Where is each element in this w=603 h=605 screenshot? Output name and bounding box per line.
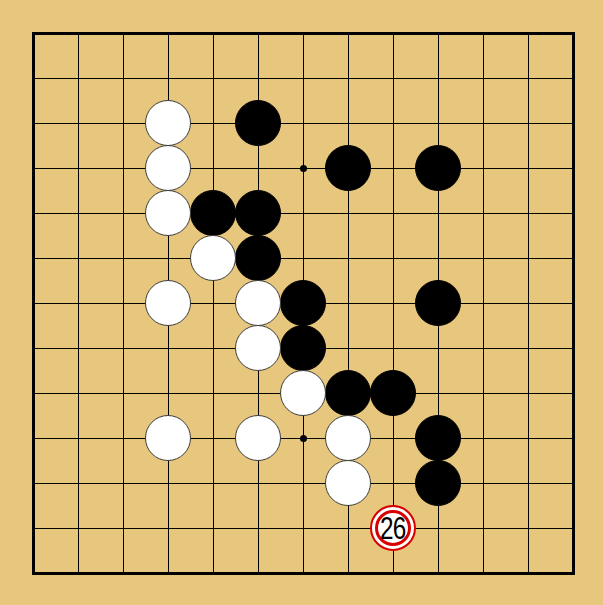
move-26-stone: 26 <box>370 505 416 551</box>
star-point <box>300 435 307 442</box>
white-stone <box>145 190 191 236</box>
white-stone <box>145 280 191 326</box>
black-stone <box>235 100 281 146</box>
black-stone <box>235 235 281 281</box>
black-stone <box>415 460 461 506</box>
white-stone <box>235 325 281 371</box>
grid-line-vertical <box>393 32 394 575</box>
board-border-line <box>32 572 575 575</box>
black-stone <box>190 190 236 236</box>
white-stone <box>235 415 281 461</box>
white-stone <box>325 460 371 506</box>
board-border-line <box>572 32 575 575</box>
white-stone <box>145 145 191 191</box>
white-stone <box>145 415 191 461</box>
black-stone <box>415 145 461 191</box>
black-stone <box>235 190 281 236</box>
white-stone <box>325 415 371 461</box>
black-stone <box>280 280 326 326</box>
white-stone <box>145 100 191 146</box>
black-stone <box>325 370 371 416</box>
grid-line-vertical <box>483 32 484 575</box>
black-stone <box>280 325 326 371</box>
black-stone <box>415 415 461 461</box>
go-diagram: 26 <box>0 0 603 605</box>
grid-line-horizontal <box>32 483 575 484</box>
star-point <box>300 165 307 172</box>
grid-line-horizontal <box>32 528 575 529</box>
grid-line-vertical <box>528 32 529 575</box>
white-stone <box>280 370 326 416</box>
black-stone <box>325 145 371 191</box>
black-stone <box>370 370 416 416</box>
black-stone <box>415 280 461 326</box>
white-stone <box>190 235 236 281</box>
move-number-label: 26 <box>380 512 406 544</box>
white-stone <box>235 280 281 326</box>
